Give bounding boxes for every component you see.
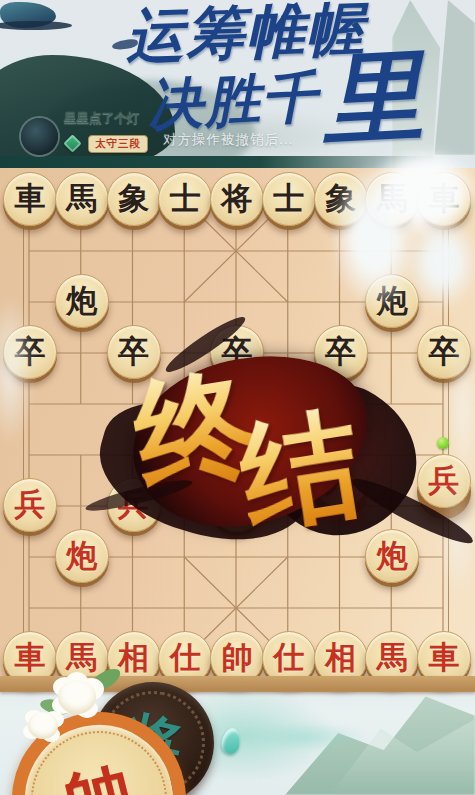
decor-piece-red-general-char: 帥 (56, 747, 142, 795)
piece-char: 車 (15, 642, 46, 673)
piece-char: 炮 (66, 285, 97, 316)
piece-black-象[interactable]: 象 (107, 172, 161, 226)
piece-char: 象 (118, 183, 149, 214)
piece-char: 士 (170, 183, 201, 214)
game-screen: 运筹帷幄 决胜千 里 星星点了个灯 太守三段 对方操作被撤销后... 漢界 車馬… (0, 0, 475, 795)
player-rank-badge: 太守三段 (88, 135, 148, 153)
piece-char: 仕 (273, 642, 304, 673)
piece-char: 兵 (15, 489, 46, 520)
piece-black-炮[interactable]: 炮 (55, 274, 109, 328)
piece-char: 士 (273, 183, 304, 214)
piece-char: 仕 (170, 642, 201, 673)
cloud-overlay (330, 146, 475, 311)
piece-char: 相 (118, 642, 149, 673)
teal-watercolor (240, 722, 370, 752)
ink-island-base (0, 21, 72, 30)
piece-black-士[interactable]: 士 (262, 172, 316, 226)
piece-char: 帥 (222, 642, 253, 673)
piece-black-車[interactable]: 車 (3, 172, 57, 226)
piece-char: 将 (222, 183, 253, 214)
piece-black-将[interactable]: 将 (210, 172, 264, 226)
player-name: 星星点了个灯 (64, 110, 139, 127)
piece-char: 車 (15, 183, 46, 214)
piece-char: 炮 (66, 540, 97, 571)
piece-red-兵[interactable]: 兵 (3, 478, 57, 532)
toast-message: 对方操作被撤销后... (163, 131, 293, 149)
banner-char-2: 结 (230, 384, 372, 560)
fog-wisp (0, 295, 34, 445)
player-avatar[interactable] (21, 118, 58, 155)
gardenia-flower (58, 680, 96, 714)
piece-black-士[interactable]: 士 (158, 172, 212, 226)
piece-char: 馬 (66, 642, 97, 673)
piece-char: 馬 (377, 642, 408, 673)
fog-wisp (446, 330, 475, 490)
game-end-banner: 终 结 (100, 348, 412, 566)
piece-char: 車 (429, 642, 460, 673)
gardenia-flower (28, 712, 58, 739)
piece-char: 相 (325, 642, 356, 673)
piece-black-馬[interactable]: 馬 (55, 172, 109, 226)
piece-char: 馬 (66, 183, 97, 214)
title-line2-big-char: 里 (320, 51, 425, 148)
